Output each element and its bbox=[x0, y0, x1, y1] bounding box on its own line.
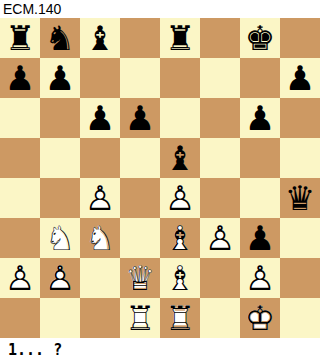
black-queen: ♛ bbox=[280, 178, 320, 218]
black-bishop: ♝ bbox=[160, 138, 200, 178]
square-h3[interactable] bbox=[280, 218, 320, 258]
square-d4[interactable] bbox=[120, 178, 160, 218]
square-d2[interactable]: ♛♕ bbox=[120, 258, 160, 298]
square-f6[interactable] bbox=[200, 98, 240, 138]
white-pawn: ♟♙ bbox=[240, 258, 280, 298]
black-pawn: ♟ bbox=[240, 98, 280, 138]
square-e5[interactable]: ♝ bbox=[160, 138, 200, 178]
square-a1[interactable] bbox=[0, 298, 40, 338]
white-pawn: ♟♙ bbox=[0, 258, 40, 298]
square-b3[interactable]: ♞♘ bbox=[40, 218, 80, 258]
square-b1[interactable] bbox=[40, 298, 80, 338]
white-pawn: ♟♙ bbox=[200, 218, 240, 258]
square-a5[interactable] bbox=[0, 138, 40, 178]
square-a8[interactable]: ♜ bbox=[0, 18, 40, 58]
square-g4[interactable] bbox=[240, 178, 280, 218]
white-knight: ♞♘ bbox=[40, 218, 80, 258]
square-a2[interactable]: ♟♙ bbox=[0, 258, 40, 298]
square-b5[interactable] bbox=[40, 138, 80, 178]
square-e3[interactable]: ♝♗ bbox=[160, 218, 200, 258]
white-bishop: ♝♗ bbox=[160, 218, 200, 258]
square-e7[interactable] bbox=[160, 58, 200, 98]
square-g7[interactable] bbox=[240, 58, 280, 98]
square-f3[interactable]: ♟♙ bbox=[200, 218, 240, 258]
white-queen: ♛♕ bbox=[120, 258, 160, 298]
square-g8[interactable]: ♚ bbox=[240, 18, 280, 58]
black-pawn: ♟ bbox=[40, 58, 80, 98]
square-a6[interactable] bbox=[0, 98, 40, 138]
square-d5[interactable] bbox=[120, 138, 160, 178]
white-king: ♚♔ bbox=[240, 298, 280, 338]
square-f2[interactable] bbox=[200, 258, 240, 298]
square-d7[interactable] bbox=[120, 58, 160, 98]
black-knight: ♞ bbox=[40, 18, 80, 58]
square-h1[interactable] bbox=[280, 298, 320, 338]
square-e8[interactable]: ♜ bbox=[160, 18, 200, 58]
square-c5[interactable] bbox=[80, 138, 120, 178]
square-b7[interactable]: ♟ bbox=[40, 58, 80, 98]
square-d8[interactable] bbox=[120, 18, 160, 58]
square-g2[interactable]: ♟♙ bbox=[240, 258, 280, 298]
square-b4[interactable] bbox=[40, 178, 80, 218]
white-rook: ♜♖ bbox=[120, 298, 160, 338]
square-h8[interactable] bbox=[280, 18, 320, 58]
black-pawn: ♟ bbox=[80, 98, 120, 138]
square-c8[interactable]: ♝ bbox=[80, 18, 120, 58]
white-pawn: ♟♙ bbox=[160, 178, 200, 218]
square-a4[interactable] bbox=[0, 178, 40, 218]
square-c2[interactable] bbox=[80, 258, 120, 298]
square-f1[interactable] bbox=[200, 298, 240, 338]
white-pawn: ♟♙ bbox=[80, 178, 120, 218]
square-d6[interactable]: ♟ bbox=[120, 98, 160, 138]
square-h2[interactable] bbox=[280, 258, 320, 298]
chess-board: ♜♞♝♜♚♟♟♟♟♟♟♝♟♙♟♙♛♞♘♞♘♝♗♟♙♟♟♙♟♙♛♕♝♗♟♙♜♖♜♖… bbox=[0, 18, 320, 338]
diagram-title: ECM.140 bbox=[0, 0, 320, 18]
black-rook: ♜ bbox=[0, 18, 40, 58]
square-f5[interactable] bbox=[200, 138, 240, 178]
square-a7[interactable]: ♟ bbox=[0, 58, 40, 98]
square-d3[interactable] bbox=[120, 218, 160, 258]
square-b6[interactable] bbox=[40, 98, 80, 138]
white-bishop: ♝♗ bbox=[160, 258, 200, 298]
square-a3[interactable] bbox=[0, 218, 40, 258]
square-h4[interactable]: ♛ bbox=[280, 178, 320, 218]
black-pawn: ♟ bbox=[240, 218, 280, 258]
square-g3[interactable]: ♟ bbox=[240, 218, 280, 258]
white-pawn: ♟♙ bbox=[40, 258, 80, 298]
square-h6[interactable] bbox=[280, 98, 320, 138]
square-c1[interactable] bbox=[80, 298, 120, 338]
white-knight: ♞♘ bbox=[80, 218, 120, 258]
black-king: ♚ bbox=[240, 18, 280, 58]
square-f8[interactable] bbox=[200, 18, 240, 58]
square-b8[interactable]: ♞ bbox=[40, 18, 80, 58]
square-f7[interactable] bbox=[200, 58, 240, 98]
black-bishop: ♝ bbox=[80, 18, 120, 58]
square-e1[interactable]: ♜♖ bbox=[160, 298, 200, 338]
square-c4[interactable]: ♟♙ bbox=[80, 178, 120, 218]
black-pawn: ♟ bbox=[120, 98, 160, 138]
square-e2[interactable]: ♝♗ bbox=[160, 258, 200, 298]
square-c3[interactable]: ♞♘ bbox=[80, 218, 120, 258]
square-h5[interactable] bbox=[280, 138, 320, 178]
square-e4[interactable]: ♟♙ bbox=[160, 178, 200, 218]
square-e6[interactable] bbox=[160, 98, 200, 138]
square-c6[interactable]: ♟ bbox=[80, 98, 120, 138]
square-b2[interactable]: ♟♙ bbox=[40, 258, 80, 298]
square-h7[interactable]: ♟ bbox=[280, 58, 320, 98]
square-d1[interactable]: ♜♖ bbox=[120, 298, 160, 338]
square-g5[interactable] bbox=[240, 138, 280, 178]
black-pawn: ♟ bbox=[280, 58, 320, 98]
white-rook: ♜♖ bbox=[160, 298, 200, 338]
square-f4[interactable] bbox=[200, 178, 240, 218]
square-g6[interactable]: ♟ bbox=[240, 98, 280, 138]
move-prompt: 1... ? bbox=[0, 338, 320, 360]
black-pawn: ♟ bbox=[0, 58, 40, 98]
black-rook: ♜ bbox=[160, 18, 200, 58]
square-c7[interactable] bbox=[80, 58, 120, 98]
square-g1[interactable]: ♚♔ bbox=[240, 298, 280, 338]
